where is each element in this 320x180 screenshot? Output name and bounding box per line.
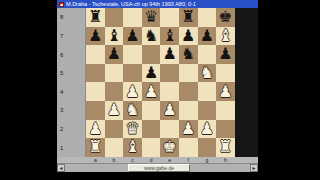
white-pawn-c4: ♟ bbox=[125, 84, 139, 100]
square-d7[interactable]: ♞ bbox=[142, 27, 161, 46]
square-e7[interactable]: ♝ bbox=[160, 27, 179, 46]
white-knight-g5: ♞ bbox=[200, 65, 214, 81]
square-d5[interactable]: ♟ bbox=[142, 64, 161, 83]
square-d1[interactable] bbox=[142, 138, 161, 157]
square-h7[interactable]: ♝ bbox=[216, 27, 235, 46]
square-a5[interactable] bbox=[86, 64, 105, 83]
square-a8[interactable]: ♜ bbox=[86, 8, 105, 27]
white-pawn-a2: ♟ bbox=[88, 121, 102, 137]
square-d8[interactable]: ♛ bbox=[142, 8, 161, 27]
square-c1[interactable]: ♝ bbox=[123, 138, 142, 157]
black-pawn-b6: ♟ bbox=[107, 46, 121, 62]
black-knight-d7: ♞ bbox=[144, 28, 158, 44]
square-c5[interactable] bbox=[123, 64, 142, 83]
square-f3[interactable] bbox=[179, 101, 198, 120]
square-g4[interactable] bbox=[198, 82, 217, 101]
square-c2[interactable]: ♛ bbox=[123, 120, 142, 139]
black-pawn-f7: ♟ bbox=[181, 28, 195, 44]
window-title: M.Draha - Tschestale, USA-ch op 94th 199… bbox=[66, 0, 196, 7]
square-b7[interactable]: ♝ bbox=[105, 27, 124, 46]
white-pawn-f2: ♟ bbox=[181, 121, 195, 137]
square-h1[interactable]: ♜ bbox=[216, 138, 235, 157]
square-f6[interactable]: ♞ bbox=[179, 45, 198, 64]
white-pawn-b3: ♟ bbox=[107, 102, 121, 118]
square-d4[interactable]: ♟ bbox=[142, 82, 161, 101]
rank-label-5: 5 bbox=[57, 64, 85, 83]
square-f7[interactable]: ♟ bbox=[179, 27, 198, 46]
square-b3[interactable]: ♟ bbox=[105, 101, 124, 120]
black-pawn-h6: ♟ bbox=[218, 46, 232, 62]
board-area: 87654321 ♜♛♜♚♟♝♟♞♝♟♟♝♟♟♞♟♟♞♟♟♟♟♞♟♟♛♟♟♜♝♚… bbox=[57, 8, 258, 157]
white-pawn-h4: ♟ bbox=[218, 84, 232, 100]
square-e8[interactable] bbox=[160, 8, 179, 27]
black-pawn-e6: ♟ bbox=[163, 46, 177, 62]
square-f2[interactable]: ♟ bbox=[179, 120, 198, 139]
black-pawn-c7: ♟ bbox=[125, 28, 139, 44]
white-pawn-g2: ♟ bbox=[200, 121, 214, 137]
black-queen-d8: ♛ bbox=[144, 9, 158, 25]
square-b6[interactable]: ♟ bbox=[105, 45, 124, 64]
white-pawn-d4: ♟ bbox=[144, 84, 158, 100]
rank-label-1: 1 bbox=[57, 138, 85, 157]
square-a1[interactable]: ♜ bbox=[86, 138, 105, 157]
white-knight-c3: ♞ bbox=[125, 102, 139, 118]
square-d2[interactable] bbox=[142, 120, 161, 139]
right-panel bbox=[235, 8, 258, 157]
square-f4[interactable] bbox=[179, 82, 198, 101]
square-a3[interactable] bbox=[86, 101, 105, 120]
black-rook-f8: ♜ bbox=[181, 9, 195, 25]
square-c6[interactable] bbox=[123, 45, 142, 64]
black-pawn-a7: ♟ bbox=[88, 28, 102, 44]
square-f1[interactable] bbox=[179, 138, 198, 157]
square-f5[interactable] bbox=[179, 64, 198, 83]
url-button[interactable]: www.gabe.de bbox=[128, 164, 190, 172]
scroll-left-arrow-icon[interactable]: ◄ bbox=[57, 164, 65, 172]
square-d6[interactable] bbox=[142, 45, 161, 64]
black-knight-f6: ♞ bbox=[181, 46, 195, 62]
white-bishop-h7: ♝ bbox=[218, 28, 232, 44]
bottom-scrollbar[interactable]: ◄ www.gabe.de ► bbox=[57, 163, 258, 172]
square-g3[interactable] bbox=[198, 101, 217, 120]
square-g7[interactable]: ♟ bbox=[198, 27, 217, 46]
square-e2[interactable] bbox=[160, 120, 179, 139]
square-e1[interactable]: ♚ bbox=[160, 138, 179, 157]
black-pawn-g7: ♟ bbox=[200, 28, 214, 44]
square-h4[interactable]: ♟ bbox=[216, 82, 235, 101]
square-a2[interactable]: ♟ bbox=[86, 120, 105, 139]
square-b4[interactable] bbox=[105, 82, 124, 101]
square-g6[interactable] bbox=[198, 45, 217, 64]
black-pawn-d5: ♟ bbox=[144, 65, 158, 81]
square-b5[interactable] bbox=[105, 64, 124, 83]
square-a6[interactable] bbox=[86, 45, 105, 64]
rank-label-6: 6 bbox=[57, 45, 85, 64]
rank-label-8: 8 bbox=[57, 8, 85, 27]
square-h6[interactable]: ♟ bbox=[216, 45, 235, 64]
square-g5[interactable]: ♞ bbox=[198, 64, 217, 83]
white-rook-h1: ♜ bbox=[218, 139, 232, 155]
square-e6[interactable]: ♟ bbox=[160, 45, 179, 64]
square-h8[interactable]: ♚ bbox=[216, 8, 235, 27]
square-d3[interactable] bbox=[142, 101, 161, 120]
white-bishop-c1: ♝ bbox=[125, 139, 139, 155]
white-king-e1: ♚ bbox=[163, 139, 177, 155]
rank-label-3: 3 bbox=[57, 101, 85, 120]
rank-label-2: 2 bbox=[57, 120, 85, 139]
square-c8[interactable] bbox=[123, 8, 142, 27]
white-queen-c2: ♛ bbox=[125, 121, 139, 137]
black-king-h8: ♚ bbox=[218, 9, 232, 25]
square-h2[interactable] bbox=[216, 120, 235, 139]
square-e3[interactable]: ♟ bbox=[160, 101, 179, 120]
square-c3[interactable]: ♞ bbox=[123, 101, 142, 120]
black-rook-a8: ♜ bbox=[88, 9, 102, 25]
square-c7[interactable]: ♟ bbox=[123, 27, 142, 46]
rank-labels-gutter: 87654321 bbox=[57, 8, 86, 157]
black-bishop-e7: ♝ bbox=[163, 28, 177, 44]
rank-label-7: 7 bbox=[57, 27, 85, 46]
scroll-right-arrow-icon[interactable]: ► bbox=[250, 164, 258, 172]
square-f8[interactable]: ♜ bbox=[179, 8, 198, 27]
white-rook-a1: ♜ bbox=[88, 139, 102, 155]
white-pawn-e3: ♟ bbox=[163, 102, 177, 118]
square-h5[interactable] bbox=[216, 64, 235, 83]
title-bar: M.Draha - Tschestale, USA-ch op 94th 199… bbox=[57, 0, 258, 8]
black-bishop-b7: ♝ bbox=[107, 28, 121, 44]
square-g2[interactable]: ♟ bbox=[198, 120, 217, 139]
square-g1[interactable] bbox=[198, 138, 217, 157]
square-b1[interactable] bbox=[105, 138, 124, 157]
square-e4[interactable] bbox=[160, 82, 179, 101]
app-icon bbox=[59, 2, 64, 7]
square-a7[interactable]: ♟ bbox=[86, 27, 105, 46]
chess-program-window: M.Draha - Tschestale, USA-ch op 94th 199… bbox=[57, 0, 258, 172]
square-h3[interactable] bbox=[216, 101, 235, 120]
square-b8[interactable] bbox=[105, 8, 124, 27]
square-e5[interactable] bbox=[160, 64, 179, 83]
square-b2[interactable] bbox=[105, 120, 124, 139]
square-g8[interactable] bbox=[198, 8, 217, 27]
square-a4[interactable] bbox=[86, 82, 105, 101]
square-c4[interactable]: ♟ bbox=[123, 82, 142, 101]
rank-label-4: 4 bbox=[57, 83, 85, 102]
chess-board: ♜♛♜♚♟♝♟♞♝♟♟♝♟♟♞♟♟♞♟♟♟♟♞♟♟♛♟♟♜♝♚♜ bbox=[86, 8, 235, 157]
